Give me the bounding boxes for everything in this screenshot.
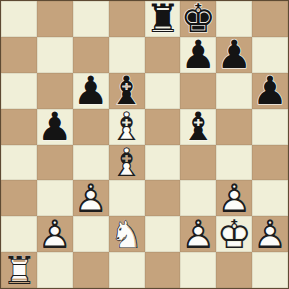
square-c5[interactable] [73,109,109,145]
square-g5[interactable] [216,109,252,145]
square-f5[interactable]: ♝♝ [180,109,216,145]
chess-board-window: ♜♜♚♚♟♟♟♟♟♟♝♝♟♟♟♟♝♗♝♝♝♗♟♙♟♙♟♙♞♘♟♙♚♔♟♙♜♖ [0,0,289,289]
white-knight-glyph-outline: ♘ [109,216,145,252]
piece-white-pawn[interactable]: ♟♙ [252,216,288,252]
piece-black-rook[interactable]: ♜♜ [145,1,181,37]
square-h8[interactable] [252,1,288,37]
square-h3[interactable] [252,180,288,216]
white-pawn-glyph-outline: ♙ [216,180,252,216]
square-b2[interactable]: ♟♙ [37,216,73,252]
square-e1[interactable] [145,252,181,288]
square-e7[interactable] [145,37,181,73]
piece-black-pawn[interactable]: ♟♟ [252,73,288,109]
black-pawn-glyph: ♟ [37,109,73,145]
white-bishop-glyph-outline: ♗ [109,145,145,181]
square-h2[interactable]: ♟♙ [252,216,288,252]
square-a8[interactable] [1,1,37,37]
piece-white-pawn[interactable]: ♟♙ [216,180,252,216]
square-d3[interactable] [109,180,145,216]
square-c8[interactable] [73,1,109,37]
square-d4[interactable]: ♝♗ [109,145,145,181]
square-b4[interactable] [37,145,73,181]
square-g1[interactable] [216,252,252,288]
square-f1[interactable] [180,252,216,288]
square-c4[interactable] [73,145,109,181]
white-pawn-glyph-outline: ♙ [73,180,109,216]
piece-white-rook[interactable]: ♜♖ [1,252,37,288]
square-b5[interactable]: ♟♟ [37,109,73,145]
square-e8[interactable]: ♜♜ [145,1,181,37]
black-pawn-glyph: ♟ [180,37,216,73]
square-b8[interactable] [37,1,73,37]
square-c3[interactable]: ♟♙ [73,180,109,216]
square-g6[interactable] [216,73,252,109]
square-f3[interactable] [180,180,216,216]
square-f7[interactable]: ♟♟ [180,37,216,73]
square-g4[interactable] [216,145,252,181]
square-f2[interactable]: ♟♙ [180,216,216,252]
square-c1[interactable] [73,252,109,288]
square-g3[interactable]: ♟♙ [216,180,252,216]
white-king-glyph-outline: ♔ [216,216,252,252]
white-pawn-glyph-outline: ♙ [37,216,73,252]
white-pawn-glyph-outline: ♙ [252,216,288,252]
square-b7[interactable] [37,37,73,73]
piece-black-pawn[interactable]: ♟♟ [37,109,73,145]
piece-black-pawn[interactable]: ♟♟ [180,37,216,73]
square-a2[interactable] [1,216,37,252]
chess-board: ♜♜♚♚♟♟♟♟♟♟♝♝♟♟♟♟♝♗♝♝♝♗♟♙♟♙♟♙♞♘♟♙♚♔♟♙♜♖ [0,0,289,289]
piece-white-king[interactable]: ♚♔ [216,216,252,252]
black-rook-glyph: ♜ [145,1,181,37]
square-a6[interactable] [1,73,37,109]
square-h1[interactable] [252,252,288,288]
square-d1[interactable] [109,252,145,288]
piece-black-pawn[interactable]: ♟♟ [216,37,252,73]
square-c6[interactable]: ♟♟ [73,73,109,109]
piece-white-pawn[interactable]: ♟♙ [37,216,73,252]
square-h6[interactable]: ♟♟ [252,73,288,109]
piece-black-bishop[interactable]: ♝♝ [180,109,216,145]
square-h4[interactable] [252,145,288,181]
square-b1[interactable] [37,252,73,288]
square-b3[interactable] [37,180,73,216]
piece-white-pawn[interactable]: ♟♙ [180,216,216,252]
square-f4[interactable] [180,145,216,181]
square-a4[interactable] [1,145,37,181]
square-e3[interactable] [145,180,181,216]
square-a3[interactable] [1,180,37,216]
black-bishop-glyph: ♝ [180,109,216,145]
piece-white-knight[interactable]: ♞♘ [109,216,145,252]
square-c2[interactable] [73,216,109,252]
white-rook-glyph-outline: ♖ [1,252,37,288]
square-e6[interactable] [145,73,181,109]
piece-black-pawn[interactable]: ♟♟ [73,73,109,109]
black-pawn-glyph: ♟ [216,37,252,73]
square-e5[interactable] [145,109,181,145]
white-pawn-glyph-outline: ♙ [180,216,216,252]
black-pawn-glyph: ♟ [73,73,109,109]
square-a1[interactable]: ♜♖ [1,252,37,288]
piece-white-bishop[interactable]: ♝♗ [109,145,145,181]
square-e4[interactable] [145,145,181,181]
square-d2[interactable]: ♞♘ [109,216,145,252]
square-h5[interactable] [252,109,288,145]
square-e2[interactable] [145,216,181,252]
black-pawn-glyph: ♟ [252,73,288,109]
square-d8[interactable] [109,1,145,37]
square-g7[interactable]: ♟♟ [216,37,252,73]
square-a5[interactable] [1,109,37,145]
square-a7[interactable] [1,37,37,73]
square-g2[interactable]: ♚♔ [216,216,252,252]
piece-white-pawn[interactable]: ♟♙ [73,180,109,216]
